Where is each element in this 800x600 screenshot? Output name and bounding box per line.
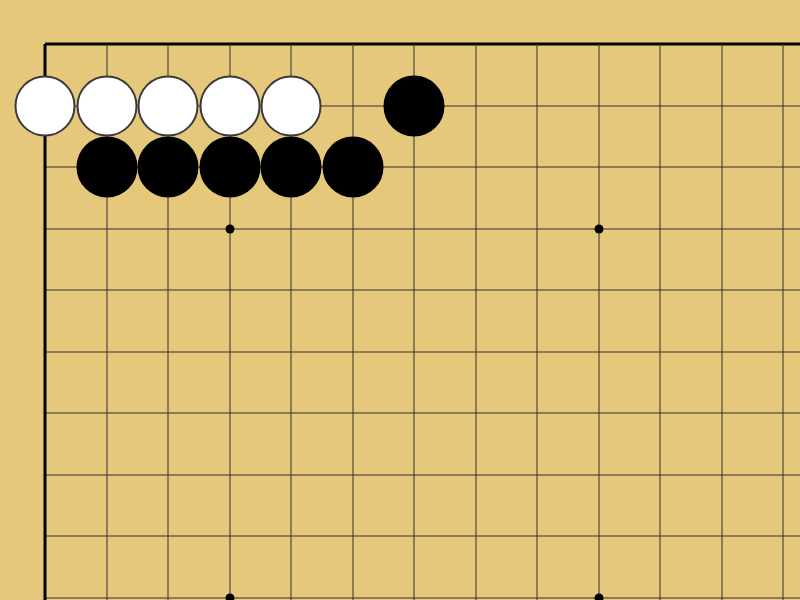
grid-line-v — [660, 567, 661, 600]
intersection-m16[interactable] — [691, 198, 753, 260]
intersection-g11[interactable] — [383, 505, 445, 567]
grid-line-h — [752, 167, 800, 168]
intersection-m15[interactable] — [691, 259, 753, 321]
grid-line-v — [414, 136, 415, 198]
grid-line-v — [168, 321, 169, 383]
intersection-d14[interactable] — [199, 321, 261, 383]
intersection-d16[interactable] — [199, 198, 261, 260]
grid-line-v — [168, 567, 169, 600]
intersection-j17[interactable] — [506, 136, 568, 198]
grid-line-v — [168, 44, 169, 75]
intersection-j14[interactable] — [506, 321, 568, 383]
grid-line-v — [721, 444, 722, 506]
intersection-m10[interactable] — [691, 567, 753, 600]
intersection-l18[interactable] — [629, 75, 691, 137]
grid-line-v — [660, 444, 661, 506]
white-stone-icon — [138, 75, 199, 136]
grid-line-h — [45, 228, 76, 229]
grid-line-h — [45, 536, 76, 537]
grid-line-v — [106, 259, 107, 321]
intersection-g10[interactable] — [383, 567, 445, 600]
grid-line-v — [291, 444, 292, 506]
intersection-e15[interactable] — [260, 259, 322, 321]
intersection-c18[interactable] — [137, 75, 199, 137]
intersection-c15[interactable] — [137, 259, 199, 321]
board-edge-line-v — [44, 136, 47, 198]
intersection-b16[interactable] — [76, 198, 138, 260]
black-stone-icon — [322, 137, 383, 198]
intersection-m17[interactable] — [691, 136, 753, 198]
intersection-c11[interactable] — [137, 505, 199, 567]
grid-line-v — [475, 505, 476, 567]
grid-line-v — [598, 382, 599, 444]
intersection-n11[interactable] — [752, 505, 800, 567]
grid-line-v — [229, 259, 230, 321]
intersection-f12[interactable] — [322, 444, 384, 506]
grid-line-h — [752, 351, 800, 352]
intersection-h18[interactable] — [445, 75, 507, 137]
grid-line-v — [414, 198, 415, 260]
intersection-g18[interactable] — [383, 75, 445, 137]
grid-line-v — [537, 198, 538, 260]
board-edge-line-v — [44, 259, 47, 321]
grid-line-v — [168, 198, 169, 260]
grid-line-v — [660, 259, 661, 321]
intersection-h11[interactable] — [445, 505, 507, 567]
grid-line-h — [752, 474, 800, 475]
intersection-d18[interactable] — [199, 75, 261, 137]
intersection-a18[interactable] — [14, 75, 76, 137]
star-point — [225, 593, 234, 600]
grid-line-h — [45, 351, 76, 352]
grid-line-v — [475, 567, 476, 600]
grid-line-v — [168, 259, 169, 321]
intersection-e14[interactable] — [260, 321, 322, 383]
intersection-e13[interactable] — [260, 382, 322, 444]
grid-line-v — [106, 505, 107, 567]
intersection-h16[interactable] — [445, 198, 507, 260]
intersection-e18[interactable] — [260, 75, 322, 137]
intersection-m12[interactable] — [691, 444, 753, 506]
intersection-l17[interactable] — [629, 136, 691, 198]
intersection-n13[interactable] — [752, 382, 800, 444]
intersection-b19[interactable] — [76, 13, 138, 75]
grid-line-v — [660, 382, 661, 444]
intersection-d10[interactable] — [199, 567, 261, 600]
intersection-m13[interactable] — [691, 382, 753, 444]
grid-line-v — [414, 382, 415, 444]
intersection-l14[interactable] — [629, 321, 691, 383]
grid-line-v — [229, 505, 230, 567]
grid-line-v — [414, 505, 415, 567]
grid-line-v — [352, 505, 353, 567]
intersection-h17[interactable] — [445, 136, 507, 198]
intersection-d19[interactable] — [199, 13, 261, 75]
grid-line-v — [414, 44, 415, 75]
grid-line-v — [291, 567, 292, 600]
grid-line-v — [537, 444, 538, 506]
intersection-k17[interactable] — [568, 136, 630, 198]
grid-line-v — [537, 75, 538, 137]
intersection-f11[interactable] — [322, 505, 384, 567]
black-stone-icon — [261, 137, 322, 198]
grid-line-v — [721, 44, 722, 75]
grid-line-h — [752, 228, 800, 229]
board-edge-line-v — [44, 567, 47, 600]
grid-line-v — [229, 444, 230, 506]
grid-line-v — [783, 136, 784, 198]
white-stone-icon — [261, 75, 322, 136]
grid-line-v — [352, 567, 353, 600]
intersection-k12[interactable] — [568, 444, 630, 506]
grid-line-v — [783, 198, 784, 260]
intersection-k16[interactable] — [568, 198, 630, 260]
grid-line-v — [414, 259, 415, 321]
grid-line-h — [752, 105, 800, 106]
grid-line-v — [475, 44, 476, 75]
grid-line-v — [475, 321, 476, 383]
intersection-f15[interactable] — [322, 259, 384, 321]
intersection-c14[interactable] — [137, 321, 199, 383]
star-point — [594, 224, 603, 233]
intersection-g12[interactable] — [383, 444, 445, 506]
intersection-e10[interactable] — [260, 567, 322, 600]
intersection-n16[interactable] — [752, 198, 800, 260]
intersection-a19[interactable] — [14, 13, 76, 75]
intersection-n12[interactable] — [752, 444, 800, 506]
intersection-b17[interactable] — [76, 136, 138, 198]
grid-line-v — [106, 198, 107, 260]
grid-line-v — [106, 444, 107, 506]
star-point — [594, 593, 603, 600]
grid-line-v — [721, 259, 722, 321]
grid-line-v — [598, 259, 599, 321]
intersection-k19[interactable] — [568, 13, 630, 75]
grid-line-h — [45, 167, 76, 168]
grid-line-v — [783, 75, 784, 137]
intersection-h15[interactable] — [445, 259, 507, 321]
intersection-n14[interactable] — [752, 321, 800, 383]
grid-line-v — [598, 321, 599, 383]
grid-line-v — [721, 567, 722, 600]
black-stone-icon — [384, 75, 445, 136]
grid-line-v — [598, 44, 599, 75]
intersection-b15[interactable] — [76, 259, 138, 321]
grid-line-v — [229, 382, 230, 444]
intersection-j11[interactable] — [506, 505, 568, 567]
intersection-l19[interactable] — [629, 13, 691, 75]
intersection-k13[interactable] — [568, 382, 630, 444]
black-stone-icon — [199, 137, 260, 198]
grid-line-v — [721, 382, 722, 444]
intersection-g13[interactable] — [383, 382, 445, 444]
intersection-f17[interactable] — [322, 136, 384, 198]
grid-line-v — [352, 321, 353, 383]
grid-line-v — [352, 382, 353, 444]
grid-line-v — [291, 259, 292, 321]
intersection-n19[interactable] — [752, 13, 800, 75]
board-edge-line-h — [45, 43, 76, 46]
grid-line-v — [660, 44, 661, 75]
intersection-c13[interactable] — [137, 382, 199, 444]
grid-line-v — [352, 444, 353, 506]
grid-line-v — [537, 44, 538, 75]
grid-line-v — [229, 321, 230, 383]
grid-line-v — [721, 321, 722, 383]
grid-line-v — [475, 75, 476, 137]
grid-line-v — [537, 567, 538, 600]
grid-line-v — [783, 567, 784, 600]
intersection-g17[interactable] — [383, 136, 445, 198]
go-diagram — [0, 0, 800, 600]
intersection-l13[interactable] — [629, 382, 691, 444]
intersection-j18[interactable] — [506, 75, 568, 137]
star-point — [225, 224, 234, 233]
grid-line-v — [598, 505, 599, 567]
grid-line-v — [106, 382, 107, 444]
grid-line-v — [291, 44, 292, 75]
grid-line-v — [537, 136, 538, 198]
grid-line-h — [45, 290, 76, 291]
grid-line-v — [475, 198, 476, 260]
grid-line-v — [168, 382, 169, 444]
grid-line-v — [352, 259, 353, 321]
intersection-a11[interactable] — [14, 505, 76, 567]
grid-line-v — [106, 321, 107, 383]
intersection-h14[interactable] — [445, 321, 507, 383]
white-stone-icon — [15, 75, 76, 136]
intersection-l12[interactable] — [629, 444, 691, 506]
intersection-m11[interactable] — [691, 505, 753, 567]
intersection-k10[interactable] — [568, 567, 630, 600]
intersection-b11[interactable] — [76, 505, 138, 567]
intersection-e11[interactable] — [260, 505, 322, 567]
intersection-h13[interactable] — [445, 382, 507, 444]
grid-line-v — [660, 321, 661, 383]
grid-line-v — [537, 505, 538, 567]
grid-line-v — [721, 136, 722, 198]
intersection-g15[interactable] — [383, 259, 445, 321]
intersection-k15[interactable] — [568, 259, 630, 321]
intersection-a12[interactable] — [14, 444, 76, 506]
intersection-g14[interactable] — [383, 321, 445, 383]
board-edge-line-v — [44, 505, 47, 567]
intersection-g16[interactable] — [383, 198, 445, 260]
grid-line-v — [598, 444, 599, 506]
grid-line-v — [414, 321, 415, 383]
grid-line-v — [537, 259, 538, 321]
intersection-e16[interactable] — [260, 198, 322, 260]
grid-line-h — [45, 474, 76, 475]
board-edge-line-v — [44, 444, 47, 506]
grid-line-v — [783, 321, 784, 383]
grid-line-v — [352, 75, 353, 137]
intersection-c17[interactable] — [137, 136, 199, 198]
intersection-j13[interactable] — [506, 382, 568, 444]
grid-line-v — [783, 444, 784, 506]
intersection-j16[interactable] — [506, 198, 568, 260]
intersection-c12[interactable] — [137, 444, 199, 506]
grid-line-v — [783, 259, 784, 321]
grid-line-v — [475, 444, 476, 506]
grid-line-v — [291, 382, 292, 444]
grid-line-v — [106, 567, 107, 600]
intersection-d12[interactable] — [199, 444, 261, 506]
intersection-d13[interactable] — [199, 382, 261, 444]
intersection-h10[interactable] — [445, 567, 507, 600]
intersection-j19[interactable] — [506, 13, 568, 75]
grid-line-v — [168, 505, 169, 567]
intersection-c19[interactable] — [137, 13, 199, 75]
grid-line-v — [475, 259, 476, 321]
intersection-c16[interactable] — [137, 198, 199, 260]
intersection-m18[interactable] — [691, 75, 753, 137]
intersection-e17[interactable] — [260, 136, 322, 198]
go-board — [14, 13, 800, 600]
grid-line-v — [291, 505, 292, 567]
black-stone-icon — [138, 137, 199, 198]
intersection-b10[interactable] — [76, 567, 138, 600]
white-stone-icon — [199, 75, 260, 136]
intersection-e12[interactable] — [260, 444, 322, 506]
grid-line-v — [291, 321, 292, 383]
intersection-f13[interactable] — [322, 382, 384, 444]
board-edge-line-v — [44, 321, 47, 383]
grid-line-v — [660, 198, 661, 260]
intersection-d11[interactable] — [199, 505, 261, 567]
grid-line-v — [475, 136, 476, 198]
intersection-l16[interactable] — [629, 198, 691, 260]
black-stone-icon — [76, 137, 137, 198]
grid-line-v — [721, 198, 722, 260]
grid-line-h — [752, 413, 800, 414]
board-edge-line-v — [44, 198, 47, 260]
grid-line-v — [660, 505, 661, 567]
intersection-d17[interactable] — [199, 136, 261, 198]
intersection-b12[interactable] — [76, 444, 138, 506]
intersection-a14[interactable] — [14, 321, 76, 383]
intersection-j15[interactable] — [506, 259, 568, 321]
intersection-f18[interactable] — [322, 75, 384, 137]
intersection-a16[interactable] — [14, 198, 76, 260]
intersection-f16[interactable] — [322, 198, 384, 260]
intersection-b18[interactable] — [76, 75, 138, 137]
grid-line-v — [352, 44, 353, 75]
intersection-l11[interactable] — [629, 505, 691, 567]
intersection-l10[interactable] — [629, 567, 691, 600]
grid-line-v — [168, 444, 169, 506]
grid-line-v — [537, 321, 538, 383]
grid-line-v — [352, 198, 353, 260]
grid-line-v — [783, 382, 784, 444]
grid-line-h — [752, 536, 800, 537]
grid-line-v — [291, 198, 292, 260]
grid-line-v — [475, 382, 476, 444]
intersection-k11[interactable] — [568, 505, 630, 567]
intersection-b14[interactable] — [76, 321, 138, 383]
intersection-n15[interactable] — [752, 259, 800, 321]
board-edge-line-v — [44, 382, 47, 444]
grid-line-v — [598, 75, 599, 137]
intersection-h12[interactable] — [445, 444, 507, 506]
grid-line-h — [752, 290, 800, 291]
intersection-a13[interactable] — [14, 382, 76, 444]
board-edge-line-v — [44, 44, 47, 75]
intersection-f10[interactable] — [322, 567, 384, 600]
intersection-j10[interactable] — [506, 567, 568, 600]
grid-line-v — [783, 44, 784, 75]
intersection-n10[interactable] — [752, 567, 800, 600]
grid-line-v — [106, 44, 107, 75]
grid-line-v — [660, 136, 661, 198]
grid-line-v — [537, 382, 538, 444]
board-edge-line-h — [752, 43, 800, 46]
intersection-h19[interactable] — [445, 13, 507, 75]
grid-line-v — [660, 75, 661, 137]
intersection-a10[interactable] — [14, 567, 76, 600]
intersection-f14[interactable] — [322, 321, 384, 383]
intersection-a17[interactable] — [14, 136, 76, 198]
white-stone-icon — [76, 75, 137, 136]
intersection-d15[interactable] — [199, 259, 261, 321]
grid-line-v — [783, 505, 784, 567]
intersection-m14[interactable] — [691, 321, 753, 383]
grid-line-h — [752, 597, 800, 598]
grid-line-v — [721, 75, 722, 137]
grid-line-h — [45, 597, 76, 598]
grid-line-v — [414, 444, 415, 506]
intersection-j12[interactable] — [506, 444, 568, 506]
intersection-k18[interactable] — [568, 75, 630, 137]
grid-line-h — [45, 413, 76, 414]
grid-line-v — [229, 44, 230, 75]
grid-line-v — [414, 567, 415, 600]
intersection-c10[interactable] — [137, 567, 199, 600]
intersection-m19[interactable] — [691, 13, 753, 75]
intersection-a15[interactable] — [14, 259, 76, 321]
intersection-b13[interactable] — [76, 382, 138, 444]
intersection-n17[interactable] — [752, 136, 800, 198]
intersection-f19[interactable] — [322, 13, 384, 75]
intersection-k14[interactable] — [568, 321, 630, 383]
grid-line-v — [721, 505, 722, 567]
intersection-l15[interactable] — [629, 259, 691, 321]
grid-line-v — [598, 136, 599, 198]
intersection-n18[interactable] — [752, 75, 800, 137]
intersection-g19[interactable] — [383, 13, 445, 75]
intersection-e19[interactable] — [260, 13, 322, 75]
